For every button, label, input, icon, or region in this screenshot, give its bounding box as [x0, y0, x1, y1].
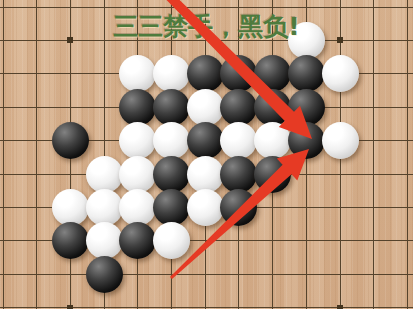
- arrows-overlay: [0, 0, 413, 309]
- red-arrow: [164, 0, 312, 139]
- red-arrow: [170, 149, 309, 279]
- gomoku-screenshot: 三三禁手，黑负!: [0, 0, 413, 309]
